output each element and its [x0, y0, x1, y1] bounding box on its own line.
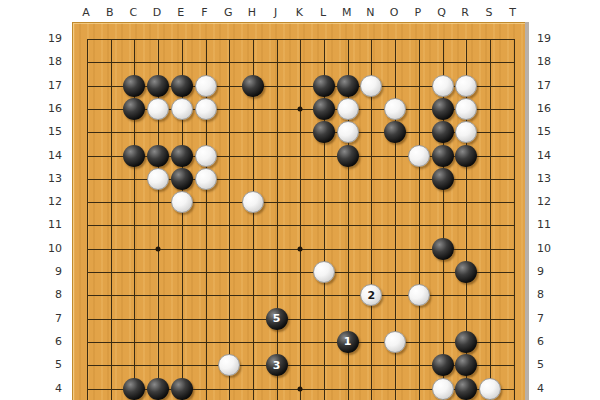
stone-black-D14: [147, 145, 169, 167]
coord-number-right-8: 8: [537, 288, 544, 301]
grid-line-vertical: [111, 39, 112, 400]
stone-white-N17: [360, 75, 382, 97]
coord-number-left-15: 15: [34, 125, 62, 138]
coord-number-right-14: 14: [537, 148, 551, 161]
coord-letter-N: N: [366, 6, 374, 19]
stone-white-O16: [384, 98, 406, 120]
stone-black-L16: [313, 98, 335, 120]
grid-line-vertical: [277, 39, 278, 400]
coord-letter-E: E: [177, 6, 184, 19]
stone-black-R9: [455, 261, 477, 283]
stone-black-E17: [171, 75, 193, 97]
stone-white-Q17: [432, 75, 454, 97]
coord-number-left-17: 17: [34, 78, 62, 91]
grid-line-vertical: [87, 39, 88, 400]
stone-black-R4: [455, 378, 477, 400]
coord-letter-P: P: [414, 6, 421, 19]
coord-letter-C: C: [130, 6, 138, 19]
grid-line-horizontal: [87, 62, 515, 63]
stone-white-H12: [242, 191, 264, 213]
grid-line-horizontal: [87, 202, 515, 203]
coord-number-left-11: 11: [34, 218, 62, 231]
coord-letter-A: A: [82, 6, 90, 19]
stone-white-G5: [218, 354, 240, 376]
stone-black-L17: [313, 75, 335, 97]
coord-number-right-5: 5: [537, 358, 544, 371]
coord-letter-B: B: [106, 6, 114, 19]
stone-black-D4: [147, 378, 169, 400]
stone-black-Q10: [432, 238, 454, 260]
coord-letter-R: R: [461, 6, 469, 19]
stone-black-C16: [123, 98, 145, 120]
stone-white-P8: [408, 284, 430, 306]
grid-line-horizontal: [87, 225, 515, 226]
coord-number-right-17: 17: [537, 78, 551, 91]
star-point: [298, 386, 303, 391]
stone-white-M15: [337, 121, 359, 143]
coord-number-right-15: 15: [537, 125, 551, 138]
coord-number-left-10: 10: [34, 241, 62, 254]
coord-letter-S: S: [485, 6, 492, 19]
move-number-2: 2: [368, 290, 376, 301]
coord-letter-F: F: [201, 6, 207, 19]
coord-number-left-19: 19: [34, 32, 62, 45]
star-point: [298, 106, 303, 111]
coord-number-right-11: 11: [537, 218, 551, 231]
stone-black-D17: [147, 75, 169, 97]
grid-line-vertical: [229, 39, 230, 400]
stone-black-O15: [384, 121, 406, 143]
stone-black-E4: [171, 378, 193, 400]
grid-line-horizontal: [87, 295, 515, 296]
stone-white-R16: [455, 98, 477, 120]
stone-black-M14: [337, 145, 359, 167]
go-board: 2513: [72, 22, 525, 400]
coord-letter-M: M: [342, 6, 352, 19]
stone-black-R6: [455, 331, 477, 353]
stone-black-M6: 1: [337, 331, 359, 353]
coord-number-left-13: 13: [34, 171, 62, 184]
stone-black-Q13: [432, 168, 454, 190]
move-number-5: 5: [273, 313, 281, 324]
grid-line-horizontal: [87, 319, 515, 320]
stone-black-Q14: [432, 145, 454, 167]
coord-letter-T: T: [509, 6, 516, 19]
stone-black-Q5: [432, 354, 454, 376]
grid-line-vertical: [490, 39, 491, 400]
stone-black-H17: [242, 75, 264, 97]
stone-black-C17: [123, 75, 145, 97]
coord-number-left-14: 14: [34, 148, 62, 161]
coord-letter-K: K: [296, 6, 303, 19]
stone-white-E16: [171, 98, 193, 120]
stone-white-S4: [479, 378, 501, 400]
star-point: [156, 246, 161, 251]
coord-number-right-16: 16: [537, 101, 551, 114]
move-number-3: 3: [273, 360, 281, 371]
coord-letter-D: D: [153, 6, 161, 19]
coord-number-left-5: 5: [34, 358, 62, 371]
coord-letter-G: G: [224, 6, 233, 19]
stone-black-C14: [123, 145, 145, 167]
stone-white-F16: [195, 98, 217, 120]
move-number-1: 1: [344, 336, 352, 347]
coord-letter-J: J: [274, 6, 277, 19]
coord-letter-L: L: [320, 6, 326, 19]
coord-number-right-7: 7: [537, 311, 544, 324]
grid-line-vertical: [514, 39, 515, 400]
stone-white-L9: [313, 261, 335, 283]
stone-black-Q16: [432, 98, 454, 120]
coord-number-right-9: 9: [537, 265, 544, 278]
stone-black-L15: [313, 121, 335, 143]
coord-number-left-7: 7: [34, 311, 62, 324]
coord-number-left-4: 4: [34, 381, 62, 394]
stone-black-J7: 5: [266, 308, 288, 330]
stone-white-F17: [195, 75, 217, 97]
coord-number-left-16: 16: [34, 101, 62, 114]
stone-white-D13: [147, 168, 169, 190]
stone-white-O6: [384, 331, 406, 353]
grid-line-vertical: [300, 39, 301, 400]
coord-letter-O: O: [390, 6, 399, 19]
coord-number-left-8: 8: [34, 288, 62, 301]
stone-black-Q15: [432, 121, 454, 143]
stone-black-E13: [171, 168, 193, 190]
stone-white-E12: [171, 191, 193, 213]
stone-white-Q4: [432, 378, 454, 400]
grid-line-vertical: [419, 39, 420, 400]
stone-black-M17: [337, 75, 359, 97]
go-diagram-page: 2513 ABCDEFGHJKLMNOPQRST1919181817171616…: [0, 0, 600, 400]
coord-number-left-18: 18: [34, 55, 62, 68]
grid-line-horizontal: [87, 272, 515, 273]
coord-number-left-6: 6: [34, 334, 62, 347]
grid-line-horizontal: [87, 342, 515, 343]
coord-letter-Q: Q: [437, 6, 446, 19]
stone-white-M16: [337, 98, 359, 120]
coord-number-left-12: 12: [34, 195, 62, 208]
stone-white-F14: [195, 145, 217, 167]
stone-white-R17: [455, 75, 477, 97]
coord-number-right-13: 13: [537, 171, 551, 184]
coord-number-right-18: 18: [537, 55, 551, 68]
stone-white-R15: [455, 121, 477, 143]
coord-letter-H: H: [248, 6, 256, 19]
stone-black-J5: 3: [266, 354, 288, 376]
stone-white-D16: [147, 98, 169, 120]
coord-number-right-12: 12: [537, 195, 551, 208]
star-point: [298, 246, 303, 251]
coord-number-right-19: 19: [537, 32, 551, 45]
stone-black-R14: [455, 145, 477, 167]
coord-number-right-6: 6: [537, 334, 544, 347]
stone-black-R5: [455, 354, 477, 376]
stone-white-N8: 2: [360, 284, 382, 306]
coord-number-left-9: 9: [34, 265, 62, 278]
coord-number-right-10: 10: [537, 241, 551, 254]
stone-white-P14: [408, 145, 430, 167]
grid-line-horizontal: [87, 39, 515, 40]
stone-white-F13: [195, 168, 217, 190]
coord-number-right-4: 4: [537, 381, 544, 394]
stone-black-E14: [171, 145, 193, 167]
stone-black-C4: [123, 378, 145, 400]
